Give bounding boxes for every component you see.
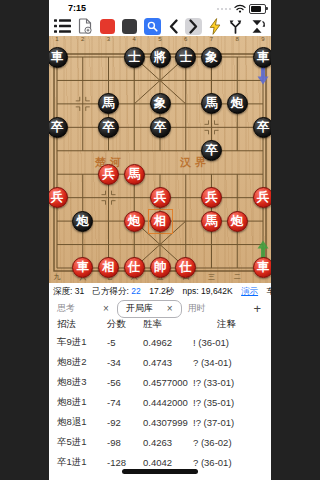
move-cell: 卒5进1	[57, 436, 107, 449]
depth-value: 31	[75, 286, 84, 296]
file-label-top: 1	[55, 36, 58, 42]
comment-cell: ? (36-01)	[193, 457, 271, 468]
pv-moves: 车9进1 车	[266, 286, 271, 296]
home-indicator[interactable]	[122, 469, 198, 474]
forward-chevron-icon[interactable]	[185, 18, 202, 35]
piece-卒-black[interactable]: 卒	[98, 117, 119, 138]
winrate-cell: 0.4307999	[143, 417, 193, 428]
move-table-header: 招法 分数 胜率 注释	[49, 317, 271, 332]
nps-value: 19,642K	[201, 286, 233, 296]
variation-fork-icon[interactable]	[228, 19, 243, 34]
move-row[interactable]: 炮8进1-740.4442000!? (35-01)	[49, 392, 271, 412]
winrate-cell: 0.4962	[143, 337, 193, 348]
time-value: 17.2秒	[149, 286, 174, 296]
file-label-top: 7	[210, 36, 213, 42]
move-cell: 炮8进2	[57, 356, 107, 369]
score-cell: -92	[107, 417, 143, 428]
piece-兵-red[interactable]: 兵	[253, 187, 272, 208]
file-label-top: 9	[261, 36, 264, 42]
piece-車-black[interactable]: 車	[49, 47, 68, 68]
score-cell: -56	[107, 377, 143, 388]
move-row[interactable]: 炮8进2-340.4743? (34-01)	[49, 352, 271, 372]
move-rows: 车9进1-50.4962! (36-01)炮8进2-340.4743? (34-…	[49, 332, 271, 472]
nps-label: nps:	[183, 286, 199, 296]
header-comment: 注释	[193, 318, 271, 331]
demo-link[interactable]: 演示	[241, 286, 258, 296]
battery-icon	[249, 4, 266, 14]
piece-將-black[interactable]: 將	[150, 47, 171, 68]
depth-label: 深度:	[53, 286, 72, 296]
file-label-top: 5	[158, 36, 161, 42]
comment-cell: !? (35-01)	[193, 397, 271, 408]
new-document-icon[interactable]	[78, 18, 93, 34]
close-tab-opening-book-icon[interactable]: ×	[167, 303, 173, 314]
piece-士-black[interactable]: 士	[175, 47, 196, 68]
file-label-top: 6	[184, 36, 187, 42]
comment-cell: ? (34-01)	[193, 357, 271, 368]
piece-兵-red[interactable]: 兵	[150, 187, 171, 208]
score-cell: -128	[107, 457, 143, 468]
comment-cell: ? (36-02)	[193, 437, 271, 448]
winrate-cell: 0.4442000	[143, 397, 193, 408]
move-cell: 车9进1	[57, 336, 107, 349]
file-label-top: 8	[236, 36, 239, 42]
move-row[interactable]: 炮8进3-560.4577000!? (33-01)	[49, 372, 271, 392]
piece-卒-black[interactable]: 卒	[253, 117, 272, 138]
score-cell: -98	[107, 437, 143, 448]
flip-board-icon[interactable]	[250, 19, 266, 34]
piece-馬-red[interactable]: 馬	[201, 211, 222, 232]
xiangqi-board[interactable]: 楚河 汉界 123456789九八七六五四三二一車士將士象車馬象馬炮卒卒卒卒卒炮…	[49, 36, 271, 283]
piece-馬-red[interactable]: 馬	[124, 164, 145, 185]
score-cell: -5	[107, 337, 143, 348]
comment-cell: !? (37-01)	[193, 417, 271, 428]
winrate-cell: 0.4042	[143, 457, 193, 468]
move-cell: 炮8进1	[57, 396, 107, 409]
add-tab-button[interactable]: +	[253, 301, 261, 316]
comment-cell: !? (33-01)	[193, 377, 271, 388]
piece-帥-red[interactable]: 帥	[150, 257, 171, 278]
piece-象-black[interactable]: 象	[201, 47, 222, 68]
piece-卒-black[interactable]: 卒	[49, 117, 68, 138]
lightning-engine-icon[interactable]	[209, 18, 221, 35]
file-label-top: 4	[133, 36, 136, 42]
piece-炮-black[interactable]: 炮	[227, 93, 248, 114]
header-score: 分数	[107, 318, 143, 331]
piece-兵-red[interactable]: 兵	[98, 164, 119, 185]
engine-status-line: 深度: 31 己方得分: 22 17.2秒 nps: 19,642K 演示 车9…	[49, 284, 271, 299]
winrate-cell: 0.4263	[143, 437, 193, 448]
menu-list-icon[interactable]	[54, 19, 71, 33]
piece-車-black[interactable]: 車	[253, 47, 272, 68]
file-label-bottom: 二	[234, 272, 241, 282]
file-label-bottom: 三	[208, 272, 215, 282]
piece-兵-red[interactable]: 兵	[201, 187, 222, 208]
score-cell: -34	[107, 357, 143, 368]
piece-兵-red[interactable]: 兵	[49, 187, 68, 208]
piece-士-black[interactable]: 士	[124, 47, 145, 68]
file-label-top: 3	[107, 36, 110, 42]
tab-opening-book-label: 开局库	[126, 302, 153, 315]
status-bar: 7:15	[49, 0, 271, 16]
move-cell: 卒1进1	[57, 456, 107, 469]
comment-cell: ! (36-01)	[193, 337, 271, 348]
toolbar	[49, 16, 271, 36]
move-row[interactable]: 车9进1-50.4962! (36-01)	[49, 332, 271, 352]
tab-opening-book[interactable]: 开局库 ×	[117, 300, 182, 318]
search-icon[interactable]	[144, 18, 161, 35]
red-square-icon[interactable]	[100, 19, 115, 34]
score-value: 22	[131, 286, 140, 296]
back-chevron-icon[interactable]	[169, 19, 178, 34]
app-screen: 7:15	[49, 0, 271, 480]
header-move: 招法	[57, 318, 107, 331]
piece-炮-black[interactable]: 炮	[72, 211, 93, 232]
score-cell: -74	[107, 397, 143, 408]
piece-相-red[interactable]: 相	[150, 211, 171, 232]
winrate-cell: 0.4743	[143, 357, 193, 368]
black-square-icon[interactable]	[122, 19, 137, 34]
close-tab-thinking-icon[interactable]: ×	[103, 303, 109, 314]
score-label: 己方得分:	[93, 286, 129, 296]
move-cell: 炮8退1	[57, 416, 107, 429]
winrate-cell: 0.4577000	[143, 377, 193, 388]
move-row[interactable]: 炮8退1-920.4307999!? (37-01)	[49, 412, 271, 432]
piece-炮-red[interactable]: 炮	[227, 211, 248, 232]
tab-time-used[interactable]: 用时	[188, 302, 206, 315]
file-label-bottom: 九	[54, 272, 61, 282]
piece-炮-red[interactable]: 炮	[124, 211, 145, 232]
header-winrate: 胜率	[143, 318, 193, 331]
piece-象-black[interactable]: 象	[150, 93, 171, 114]
move-cell: 炮8进3	[57, 376, 107, 389]
file-label-top: 2	[81, 36, 84, 42]
clock-text: 7:15	[68, 3, 86, 13]
tab-thinking[interactable]: 思考	[57, 302, 75, 315]
tab-bar: 思考 × 开局库 × 用时 +	[49, 300, 271, 317]
board-grid	[49, 36, 271, 283]
piece-卒-black[interactable]: 卒	[150, 117, 171, 138]
wifi-icon	[234, 4, 246, 13]
cellular-signal-icon	[217, 8, 231, 10]
move-row[interactable]: 卒5进1-980.4263? (36-02)	[49, 432, 271, 452]
